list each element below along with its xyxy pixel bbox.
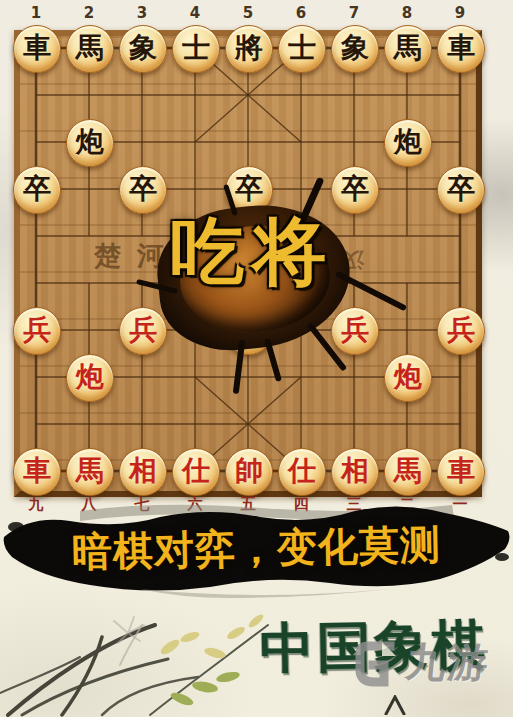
red-piece-炮[interactable]: 炮 xyxy=(384,354,432,402)
column-label-2: 2 xyxy=(84,4,94,22)
column-label-6: 6 xyxy=(296,4,306,22)
slogan-banner: 暗棋对弈，变化莫测 xyxy=(0,495,513,603)
black-piece-車[interactable]: 車 xyxy=(13,25,61,73)
red-piece-兵[interactable]: 兵 xyxy=(437,307,485,355)
piece-glyph: 炮 xyxy=(76,128,104,156)
piece-glyph: 兵 xyxy=(447,316,475,344)
red-piece-車[interactable]: 車 xyxy=(13,448,61,496)
red-piece-相[interactable]: 相 xyxy=(119,448,167,496)
piece-glyph: 車 xyxy=(447,457,475,485)
black-piece-車[interactable]: 車 xyxy=(437,25,485,73)
piece-glyph: 相 xyxy=(129,457,157,485)
black-piece-卒[interactable]: 卒 xyxy=(331,166,379,214)
black-piece-馬[interactable]: 馬 xyxy=(384,25,432,73)
red-piece-相[interactable]: 相 xyxy=(331,448,379,496)
xiangqi-game-screen: { "game": "xiangqi", "position": { "fen"… xyxy=(0,0,513,717)
piece-glyph: 卒 xyxy=(341,175,369,203)
red-piece-仕[interactable]: 仕 xyxy=(172,448,220,496)
footer: 中国象棋 九游 xyxy=(0,595,513,717)
column-label-7: 7 xyxy=(349,4,359,22)
piece-glyph: 馬 xyxy=(76,457,104,485)
piece-glyph: 炮 xyxy=(394,363,422,391)
black-piece-馬[interactable]: 馬 xyxy=(66,25,114,73)
black-piece-士[interactable]: 士 xyxy=(278,25,326,73)
red-piece-兵[interactable]: 兵 xyxy=(225,307,273,355)
piece-glyph: 象 xyxy=(341,34,369,62)
piece-glyph: 車 xyxy=(447,34,475,62)
piece-glyph: 馬 xyxy=(76,34,104,62)
piece-glyph: 士 xyxy=(288,34,316,62)
piece-glyph: 車 xyxy=(23,457,51,485)
black-piece-卒[interactable]: 卒 xyxy=(437,166,485,214)
black-piece-卒[interactable]: 卒 xyxy=(13,166,61,214)
piece-glyph: 卒 xyxy=(23,175,51,203)
piece-glyph: 將 xyxy=(235,34,263,62)
black-piece-卒[interactable]: 卒 xyxy=(225,166,273,214)
red-piece-帥[interactable]: 帥 xyxy=(225,448,273,496)
piece-glyph: 兵 xyxy=(341,316,369,344)
piece-glyph: 炮 xyxy=(394,128,422,156)
red-piece-兵[interactable]: 兵 xyxy=(331,307,379,355)
piece-glyph: 卒 xyxy=(235,175,263,203)
board-playfield[interactable]: 楚河 汉界 車馬象士將士象馬車炮炮卒卒卒卒卒兵兵兵兵兵炮炮車馬相仕帥仕相馬車 xyxy=(20,36,476,491)
black-piece-將[interactable]: 將 xyxy=(225,25,273,73)
column-label-5: 5 xyxy=(243,4,253,22)
red-piece-仕[interactable]: 仕 xyxy=(278,448,326,496)
piece-glyph: 相 xyxy=(341,457,369,485)
small-ink-mark xyxy=(384,695,406,715)
black-piece-士[interactable]: 士 xyxy=(172,25,220,73)
piece-glyph: 象 xyxy=(129,34,157,62)
red-piece-兵[interactable]: 兵 xyxy=(119,307,167,355)
piece-glyph: 炮 xyxy=(76,363,104,391)
piece-glyph: 卒 xyxy=(447,175,475,203)
banner-slogan-text: 暗棋对弈，变化莫测 xyxy=(0,516,513,582)
watermark: 九游 xyxy=(352,635,490,690)
column-label-8: 8 xyxy=(402,4,412,22)
red-piece-馬[interactable]: 馬 xyxy=(384,448,432,496)
watermark-text: 九游 xyxy=(403,635,493,690)
column-label-9: 9 xyxy=(455,4,465,22)
piece-glyph: 兵 xyxy=(235,316,263,344)
xiangqi-board[interactable]: 楚河 汉界 車馬象士將士象馬車炮炮卒卒卒卒卒兵兵兵兵兵炮炮車馬相仕帥仕相馬車 xyxy=(14,30,482,497)
black-piece-象[interactable]: 象 xyxy=(331,25,379,73)
piece-glyph: 士 xyxy=(182,34,210,62)
piece-glyph: 車 xyxy=(23,34,51,62)
piece-glyph: 仕 xyxy=(182,457,210,485)
piece-glyph: 兵 xyxy=(23,316,51,344)
column-label-4: 4 xyxy=(190,4,200,22)
column-label-1: 1 xyxy=(31,4,41,22)
piece-glyph: 仕 xyxy=(288,457,316,485)
piece-glyph: 帥 xyxy=(235,457,263,485)
piece-glyph: 馬 xyxy=(394,457,422,485)
black-piece-炮[interactable]: 炮 xyxy=(66,119,114,167)
red-piece-車[interactable]: 車 xyxy=(437,448,485,496)
orchid-ink-painting xyxy=(0,595,300,717)
piece-glyph: 馬 xyxy=(394,34,422,62)
red-piece-兵[interactable]: 兵 xyxy=(13,307,61,355)
piece-glyph: 卒 xyxy=(129,175,157,203)
black-piece-象[interactable]: 象 xyxy=(119,25,167,73)
black-piece-炮[interactable]: 炮 xyxy=(384,119,432,167)
pieces-layer: 車馬象士將士象馬車炮炮卒卒卒卒卒兵兵兵兵兵炮炮車馬相仕帥仕相馬車 xyxy=(20,36,476,491)
red-piece-炮[interactable]: 炮 xyxy=(66,354,114,402)
piece-glyph: 兵 xyxy=(129,316,157,344)
red-piece-馬[interactable]: 馬 xyxy=(66,448,114,496)
column-label-3: 3 xyxy=(137,4,147,22)
watermark-logo-icon xyxy=(352,638,402,688)
black-piece-卒[interactable]: 卒 xyxy=(119,166,167,214)
